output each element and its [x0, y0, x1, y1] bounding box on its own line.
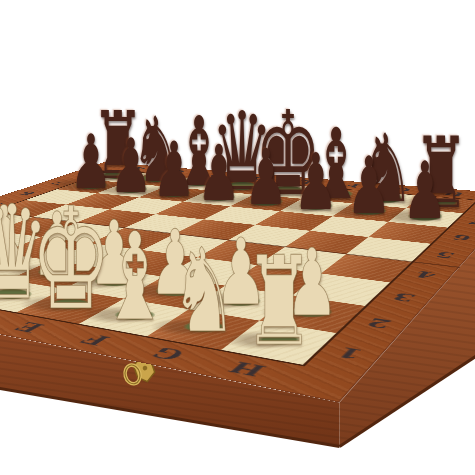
piece-white-bishop-f1: ♝: [100, 217, 169, 338]
piece-black-pawn-g7: ♟: [346, 147, 391, 226]
piece-black-pawn-e7: ♟: [244, 139, 288, 216]
piece-black-pawn-c7: ♟: [152, 131, 196, 207]
piece-black-pawn-d7: ♟: [196, 135, 240, 212]
piece-white-king-e1: ♚: [30, 189, 111, 330]
pieces-layer: ♜♞♝♟♛♟♚♟♝♟♞♟♜♟♟♟♟♟♟♜♟♞♟♝♟♛♟♚♟♝♞♜: [0, 0, 475, 475]
piece-black-pawn-h7: ♟: [403, 152, 448, 231]
piece-black-pawn-f7: ♟: [294, 143, 339, 221]
piece-black-pawn-b7: ♟: [110, 128, 153, 203]
piece-white-knight-g1: ♞: [170, 233, 237, 349]
chess-set-photo: AABBCCDDEEFFGGHH1122334455667788 ♜♞♝♟♛♟♚…: [0, 0, 475, 475]
piece-white-rook-h1: ♜: [244, 240, 315, 363]
